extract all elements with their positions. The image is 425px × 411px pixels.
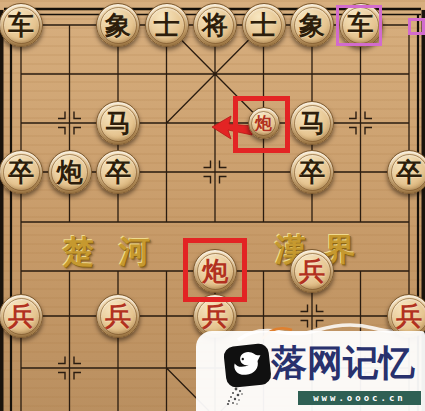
piece-black-象-f2r0[interactable]: 象: [96, 3, 140, 47]
piece-black-士-f3r0[interactable]: 士: [145, 3, 189, 47]
piece-black-士-f5r0[interactable]: 士: [242, 3, 286, 47]
piece-red-兵-f2r6[interactable]: 兵: [96, 294, 140, 338]
watermark-url: www.oooc.cn: [298, 391, 421, 405]
piece-red-兵-f0r6[interactable]: 兵: [0, 294, 43, 338]
highlight-red-box-0: [233, 96, 290, 153]
piece-black-象-f6r0[interactable]: 象: [290, 3, 334, 47]
piece-black-马-f6r2[interactable]: 马: [290, 101, 334, 145]
river-label-chuhe: 楚河: [63, 231, 175, 273]
highlight-magenta-box-1: [408, 18, 425, 35]
piece-black-卒-f0r3[interactable]: 卒: [0, 150, 43, 194]
piece-black-车-f0r0[interactable]: 车: [0, 3, 43, 47]
piece-black-卒-f2r3[interactable]: 卒: [96, 150, 140, 194]
xiangqi-board[interactable]: 楚河 漢界 车象士将士象车马炮马卒炮卒卒卒炮兵兵兵兵兵 落网记忆 w: [0, 0, 425, 411]
piece-black-将-f4r0[interactable]: 将: [193, 3, 237, 47]
watermark-title: 落网记忆: [264, 339, 422, 388]
piece-black-卒-f8r3[interactable]: 卒: [387, 150, 425, 194]
highlight-magenta-box-0: [336, 5, 382, 46]
watermark: 落网记忆 www.oooc.cn: [196, 331, 425, 411]
piece-black-卒-f6r3[interactable]: 卒: [290, 150, 334, 194]
highlight-red-box-1: [183, 238, 247, 302]
piece-red-兵-f6r5[interactable]: 兵: [290, 249, 334, 293]
piece-black-马-f2r2[interactable]: 马: [96, 101, 140, 145]
piece-black-炮-f1r3[interactable]: 炮: [48, 150, 92, 194]
